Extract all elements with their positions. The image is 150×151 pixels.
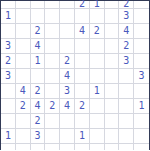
clue-cell: 4 <box>31 99 46 114</box>
empty-cell[interactable] <box>60 144 75 151</box>
empty-cell[interactable] <box>60 1 75 9</box>
empty-cell[interactable] <box>16 39 31 54</box>
empty-cell[interactable] <box>45 39 60 54</box>
clue-cell: 2 <box>119 1 134 9</box>
empty-cell[interactable] <box>134 9 149 24</box>
clue-cell: 4 <box>60 99 75 114</box>
clue-cell: 2 <box>90 24 105 39</box>
empty-cell[interactable] <box>134 1 149 9</box>
empty-cell[interactable] <box>105 9 120 24</box>
clue-cell: 3 <box>60 84 75 99</box>
clue-cell: 3 <box>1 69 16 84</box>
clue-cell: 4 <box>16 84 31 99</box>
clue-cell: 1 <box>31 54 46 69</box>
empty-cell[interactable] <box>16 129 31 144</box>
empty-cell[interactable] <box>1 24 16 39</box>
clue-cell: 2 <box>45 99 60 114</box>
empty-cell[interactable] <box>134 144 149 151</box>
empty-cell[interactable] <box>75 84 90 99</box>
clue-cell: 1 <box>90 1 105 9</box>
empty-cell[interactable] <box>105 1 120 9</box>
empty-cell[interactable] <box>31 144 46 151</box>
empty-cell[interactable] <box>90 129 105 144</box>
empty-cell[interactable] <box>105 129 120 144</box>
empty-cell[interactable] <box>105 39 120 54</box>
empty-cell[interactable] <box>90 114 105 129</box>
empty-cell[interactable] <box>60 114 75 129</box>
empty-cell[interactable] <box>31 9 46 24</box>
empty-cell[interactable] <box>16 24 31 39</box>
empty-cell[interactable] <box>1 114 16 129</box>
empty-cell[interactable] <box>1 1 16 9</box>
empty-cell[interactable] <box>134 84 149 99</box>
empty-cell[interactable] <box>60 39 75 54</box>
empty-cell[interactable] <box>16 9 31 24</box>
empty-cell[interactable] <box>134 39 149 54</box>
clue-cell: 2 <box>16 99 31 114</box>
clue-cell: 2 <box>75 99 90 114</box>
empty-cell[interactable] <box>45 9 60 24</box>
empty-cell[interactable] <box>134 24 149 39</box>
empty-cell[interactable] <box>75 39 90 54</box>
empty-cell[interactable] <box>134 129 149 144</box>
empty-cell[interactable] <box>119 144 134 151</box>
empty-cell[interactable] <box>105 24 120 39</box>
empty-cell[interactable] <box>60 24 75 39</box>
empty-cell[interactable] <box>16 144 31 151</box>
empty-cell[interactable] <box>119 69 134 84</box>
clue-cell: 2 <box>31 24 46 39</box>
clue-cell: 2 <box>119 39 134 54</box>
clue-cell: 2 <box>75 1 90 9</box>
empty-cell[interactable] <box>45 54 60 69</box>
empty-cell[interactable] <box>16 1 31 9</box>
empty-cell[interactable] <box>16 114 31 129</box>
empty-cell[interactable] <box>60 9 75 24</box>
empty-cell[interactable] <box>90 99 105 114</box>
empty-cell[interactable] <box>31 69 46 84</box>
empty-cell[interactable] <box>45 69 60 84</box>
empty-cell[interactable] <box>16 69 31 84</box>
empty-cell[interactable] <box>134 54 149 69</box>
clue-cell: 4 <box>75 24 90 39</box>
empty-cell[interactable] <box>75 54 90 69</box>
clue-cell: 4 <box>60 69 75 84</box>
empty-cell[interactable] <box>119 84 134 99</box>
empty-cell[interactable] <box>105 84 120 99</box>
empty-cell[interactable] <box>90 9 105 24</box>
empty-cell[interactable] <box>1 144 16 151</box>
empty-cell[interactable] <box>119 114 134 129</box>
puzzle-viewport: 212132424342212334342312424212131 <box>0 0 150 150</box>
empty-cell[interactable] <box>134 114 149 129</box>
empty-cell[interactable] <box>45 144 60 151</box>
empty-cell[interactable] <box>105 99 120 114</box>
empty-cell[interactable] <box>75 69 90 84</box>
clue-cell: 4 <box>119 24 134 39</box>
clue-cell: 2 <box>31 114 46 129</box>
empty-cell[interactable] <box>75 114 90 129</box>
empty-cell[interactable] <box>1 84 16 99</box>
empty-cell[interactable] <box>1 99 16 114</box>
empty-cell[interactable] <box>90 39 105 54</box>
clue-cell: 4 <box>31 39 46 54</box>
empty-cell[interactable] <box>45 1 60 9</box>
empty-cell[interactable] <box>105 114 120 129</box>
clue-cell: 2 <box>60 54 75 69</box>
clue-cell: 3 <box>1 39 16 54</box>
empty-cell[interactable] <box>45 129 60 144</box>
clue-cell: 3 <box>134 69 149 84</box>
empty-cell[interactable] <box>75 9 90 24</box>
clue-cell: 2 <box>1 54 16 69</box>
clue-cell: 1 <box>134 99 149 114</box>
clue-cell: 3 <box>119 9 134 24</box>
empty-cell[interactable] <box>90 69 105 84</box>
clue-cell: 3 <box>119 54 134 69</box>
empty-cell[interactable] <box>119 99 134 114</box>
empty-cell[interactable] <box>90 144 105 151</box>
empty-cell[interactable] <box>119 129 134 144</box>
clue-cell: 3 <box>31 129 46 144</box>
empty-cell[interactable] <box>45 84 60 99</box>
clue-cell: 2 <box>31 84 46 99</box>
minesweeper-board: 212132424342212334342312424212131 <box>0 0 150 150</box>
clue-cell: 1 <box>1 129 16 144</box>
clue-cell: 1 <box>1 9 16 24</box>
empty-cell[interactable] <box>45 114 60 129</box>
clue-cell: 1 <box>75 129 90 144</box>
empty-cell[interactable] <box>31 1 46 9</box>
empty-cell[interactable] <box>105 144 120 151</box>
empty-cell[interactable] <box>105 54 120 69</box>
empty-cell[interactable] <box>105 69 120 84</box>
empty-cell[interactable] <box>90 54 105 69</box>
clue-cell: 1 <box>90 84 105 99</box>
empty-cell[interactable] <box>60 129 75 144</box>
empty-cell[interactable] <box>16 54 31 69</box>
empty-cell[interactable] <box>75 144 90 151</box>
empty-cell[interactable] <box>45 24 60 39</box>
